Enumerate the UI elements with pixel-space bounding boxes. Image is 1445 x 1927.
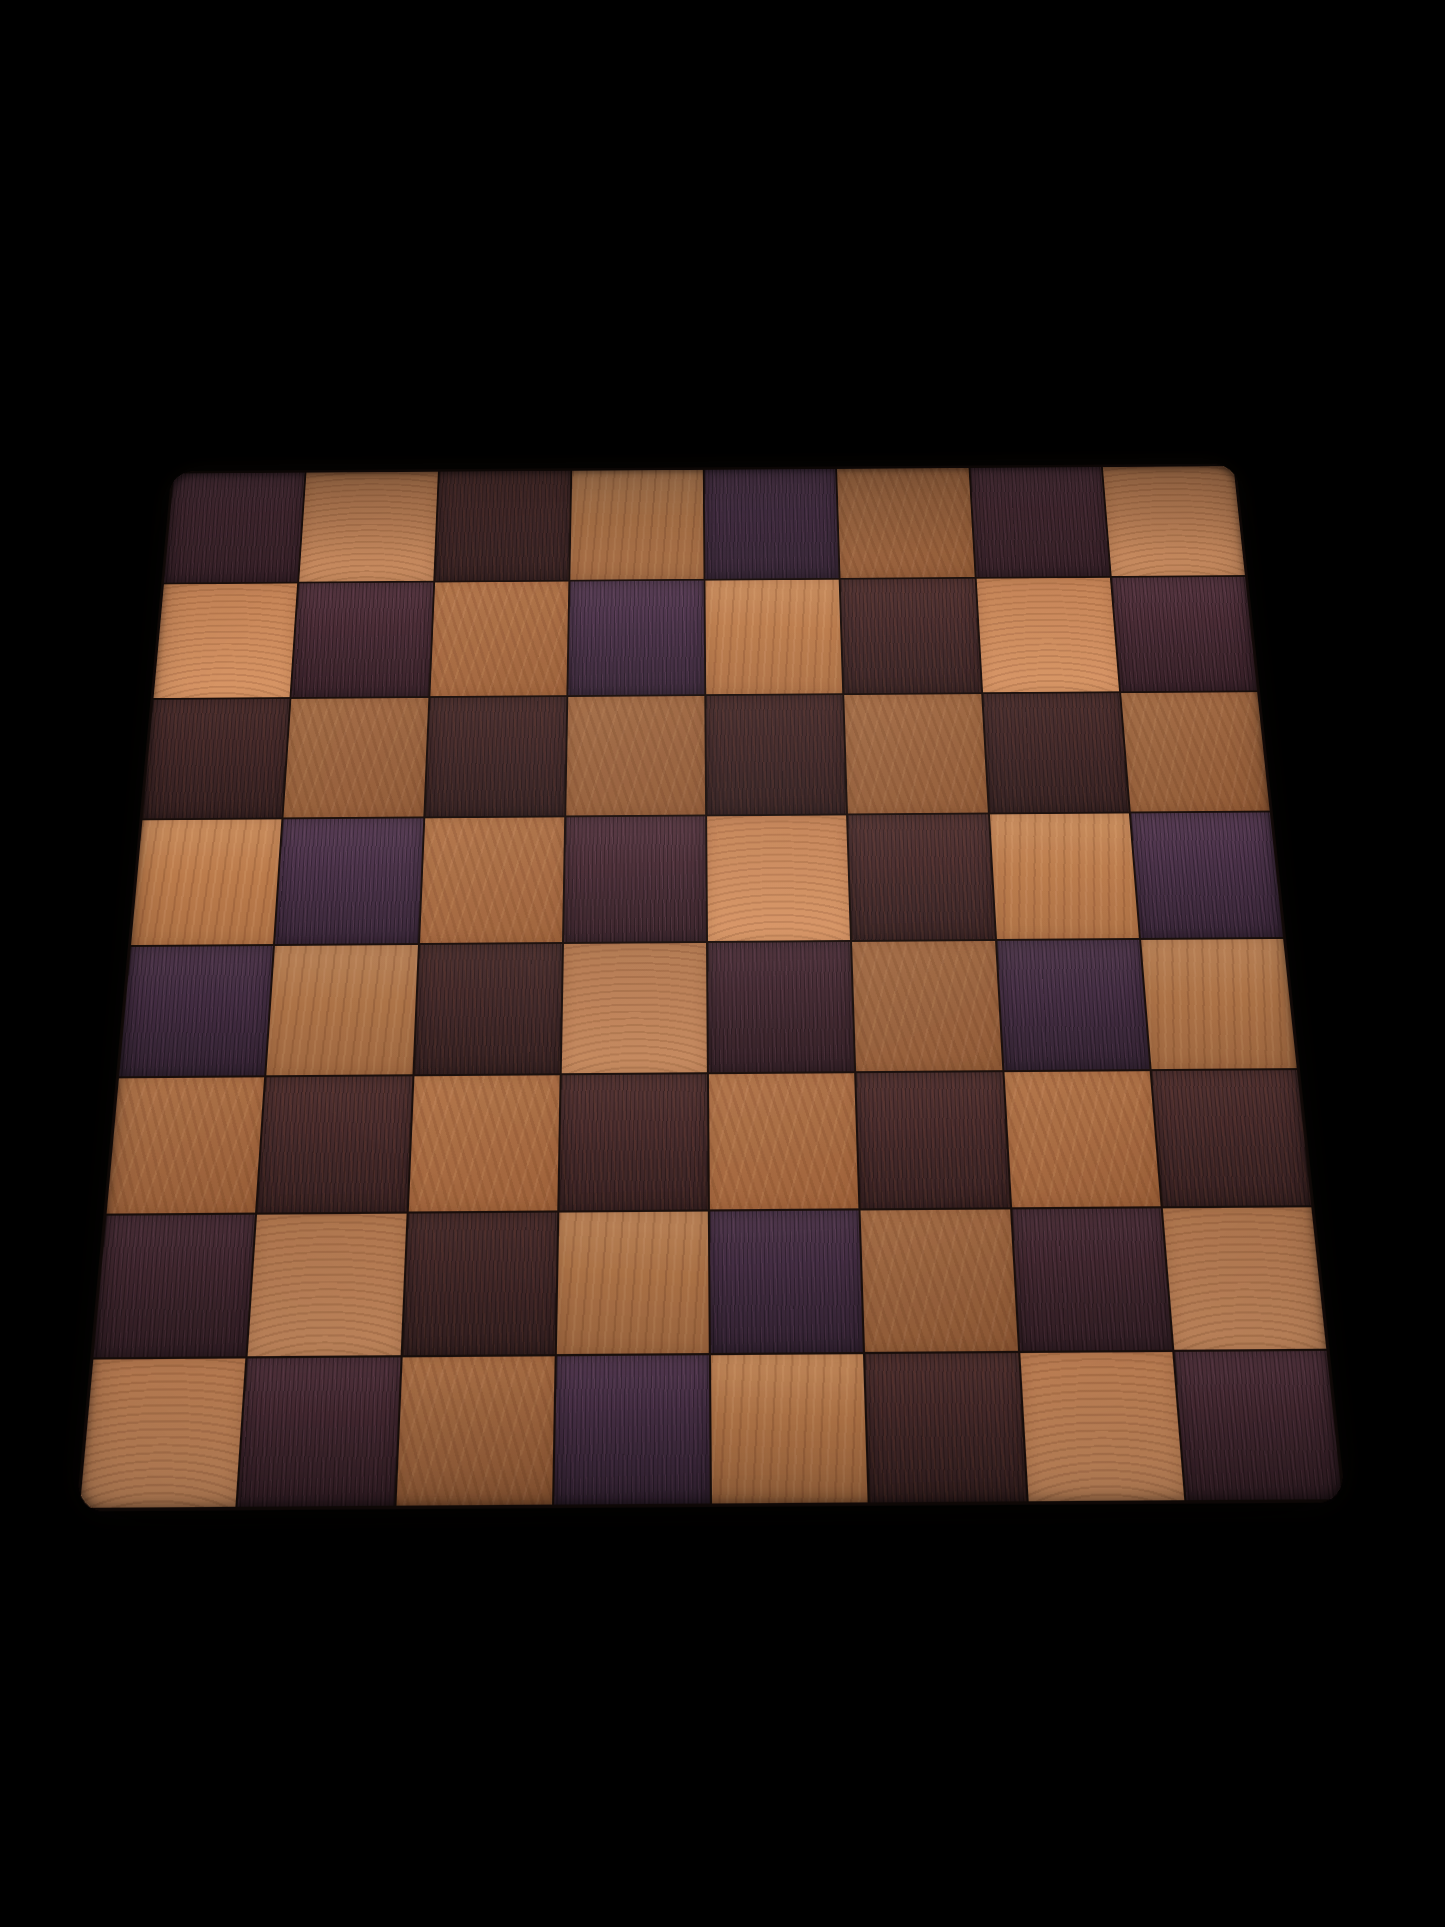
square-f1 (865, 1353, 1026, 1502)
square-b6 (284, 698, 428, 818)
square-g7 (976, 578, 1119, 693)
square-h4 (1141, 938, 1297, 1068)
square-b5 (275, 819, 422, 944)
square-a4 (119, 946, 273, 1076)
square-b2 (248, 1213, 406, 1356)
photo-background (0, 0, 1445, 1927)
square-a2 (94, 1214, 256, 1357)
square-g2 (1012, 1208, 1172, 1351)
square-c7 (430, 582, 568, 697)
square-d1 (554, 1355, 710, 1504)
square-d5 (564, 817, 706, 942)
square-h8 (1103, 466, 1245, 576)
square-f5 (848, 815, 994, 940)
square-c2 (402, 1212, 557, 1355)
square-d8 (570, 470, 703, 580)
square-c5 (420, 818, 564, 943)
square-a3 (107, 1077, 265, 1213)
square-g3 (1004, 1071, 1160, 1207)
square-f4 (852, 940, 1002, 1070)
square-c4 (414, 943, 562, 1073)
square-c3 (408, 1075, 559, 1211)
square-f3 (856, 1072, 1009, 1208)
square-e5 (707, 816, 850, 941)
square-h3 (1151, 1070, 1311, 1206)
square-g8 (970, 467, 1110, 577)
square-e7 (705, 580, 842, 695)
square-b4 (267, 945, 418, 1075)
square-a1 (80, 1358, 246, 1508)
square-b8 (299, 472, 437, 582)
square-f7 (841, 579, 981, 694)
square-e8 (705, 469, 839, 579)
square-f6 (844, 694, 987, 814)
square-a8 (164, 473, 305, 583)
square-g4 (997, 939, 1150, 1069)
square-d4 (561, 942, 706, 1072)
square-d2 (557, 1211, 709, 1354)
square-d7 (568, 581, 704, 696)
square-b3 (257, 1076, 411, 1212)
square-f8 (837, 468, 974, 578)
square-a7 (154, 584, 298, 699)
square-g6 (983, 693, 1129, 813)
board-grid (80, 466, 1342, 1508)
square-e1 (711, 1354, 868, 1503)
square-a5 (131, 820, 282, 945)
square-h5 (1131, 813, 1283, 938)
square-e2 (710, 1210, 863, 1353)
square-g1 (1020, 1352, 1184, 1501)
square-e6 (706, 695, 846, 815)
square-c8 (435, 471, 570, 581)
square-c1 (396, 1356, 554, 1505)
square-c6 (425, 697, 566, 817)
square-h2 (1163, 1207, 1327, 1350)
square-h6 (1121, 692, 1270, 811)
square-e4 (708, 941, 854, 1071)
square-a6 (143, 699, 290, 819)
square-f2 (861, 1209, 1018, 1352)
square-g5 (989, 814, 1138, 939)
square-d6 (566, 696, 705, 816)
square-d3 (559, 1074, 708, 1210)
square-h7 (1112, 577, 1257, 692)
square-h1 (1174, 1351, 1342, 1500)
chess-board (76, 464, 1345, 1512)
square-b1 (238, 1357, 400, 1507)
square-e3 (709, 1073, 859, 1209)
square-b7 (292, 583, 433, 698)
